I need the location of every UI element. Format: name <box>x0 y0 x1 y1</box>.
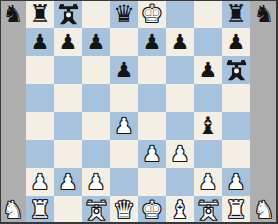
square-h2[interactable]: ♟ <box>222 168 250 196</box>
window-edge-top <box>0 0 278 1</box>
holdings-left-3 <box>0 140 26 168</box>
white-pawn: ♟ <box>26 168 54 196</box>
black-pawn: ♟ <box>110 56 138 84</box>
white-pawn: ♟ <box>54 168 82 196</box>
square-e4[interactable] <box>138 112 166 140</box>
holdings-left-1[interactable]: ♞ <box>0 196 26 224</box>
holdings-left-7 <box>0 28 26 56</box>
square-a6[interactable] <box>26 56 54 84</box>
black-rook: ♜ <box>222 0 250 28</box>
white-knight: ♞ <box>250 196 278 224</box>
square-b5[interactable] <box>54 84 82 112</box>
white-pawn: ♟ <box>110 112 138 140</box>
square-f6[interactable] <box>166 56 194 84</box>
white-knight: ♞ <box>0 196 26 224</box>
square-b6[interactable] <box>54 56 82 84</box>
square-d1[interactable]: ♛ <box>110 196 138 224</box>
square-g8[interactable] <box>194 0 222 28</box>
square-c2[interactable]: ♟ <box>82 168 110 196</box>
black-cannon <box>54 0 82 28</box>
square-f4[interactable] <box>166 112 194 140</box>
square-b3[interactable] <box>54 140 82 168</box>
square-g7[interactable] <box>194 28 222 56</box>
square-c4[interactable] <box>82 112 110 140</box>
square-d7[interactable] <box>110 28 138 56</box>
square-h1[interactable]: ♜ <box>222 196 250 224</box>
square-c6[interactable] <box>82 56 110 84</box>
holdings-left-2 <box>0 168 26 196</box>
square-e3[interactable]: ♟ <box>138 140 166 168</box>
square-e6[interactable] <box>138 56 166 84</box>
holdings-left-5 <box>0 84 26 112</box>
square-e7[interactable]: ♟ <box>138 28 166 56</box>
square-d8[interactable]: ♛ <box>110 0 138 28</box>
white-pawn: ♟ <box>222 168 250 196</box>
square-a2[interactable]: ♟ <box>26 168 54 196</box>
square-f2[interactable] <box>166 168 194 196</box>
square-c3[interactable] <box>82 140 110 168</box>
square-g4[interactable]: ♝ <box>194 112 222 140</box>
white-cannon <box>194 196 222 224</box>
square-b2[interactable]: ♟ <box>54 168 82 196</box>
square-c7[interactable]: ♟ <box>82 28 110 56</box>
window-edge-bottom <box>0 222 278 224</box>
holdings-right-2 <box>250 168 278 196</box>
black-king: ♚ <box>138 0 166 28</box>
white-rook: ♜ <box>26 196 54 224</box>
square-a7[interactable]: ♟ <box>26 28 54 56</box>
xboard-window: ♞♜♛♚♜♞♟♟♟♟♟♟♟♟♟♝♟♟♟♟♟♟♟♞♜♛♚♝♜♞ <box>0 0 278 224</box>
holdings-right-8[interactable]: ♞ <box>250 0 278 28</box>
square-f8[interactable] <box>166 0 194 28</box>
window-edge-left <box>0 0 1 224</box>
square-h6[interactable] <box>222 56 250 84</box>
black-pawn: ♟ <box>166 28 194 56</box>
square-a3[interactable] <box>26 140 54 168</box>
window-edge-right <box>276 0 278 224</box>
square-f7[interactable]: ♟ <box>166 28 194 56</box>
white-queen: ♛ <box>110 196 138 224</box>
holdings-left-4 <box>0 112 26 140</box>
holdings-right-5 <box>250 84 278 112</box>
black-knight: ♞ <box>250 0 278 28</box>
square-e1[interactable]: ♚ <box>138 196 166 224</box>
black-pawn: ♟ <box>194 56 222 84</box>
chess-board: ♞♜♛♚♜♞♟♟♟♟♟♟♟♟♟♝♟♟♟♟♟♟♟♞♜♛♚♝♜♞ <box>0 0 278 224</box>
square-f1[interactable]: ♝ <box>166 196 194 224</box>
square-h7[interactable]: ♟ <box>222 28 250 56</box>
square-e8[interactable]: ♚ <box>138 0 166 28</box>
square-h8[interactable]: ♜ <box>222 0 250 28</box>
square-d4[interactable]: ♟ <box>110 112 138 140</box>
holdings-right-3 <box>250 140 278 168</box>
square-g5[interactable] <box>194 84 222 112</box>
white-bishop: ♝ <box>166 196 194 224</box>
square-g3[interactable] <box>194 140 222 168</box>
black-queen: ♛ <box>110 0 138 28</box>
square-h4[interactable] <box>222 112 250 140</box>
square-b4[interactable] <box>54 112 82 140</box>
square-d6[interactable]: ♟ <box>110 56 138 84</box>
square-g6[interactable]: ♟ <box>194 56 222 84</box>
white-king: ♚ <box>138 196 166 224</box>
black-pawn: ♟ <box>26 28 54 56</box>
square-g1[interactable] <box>194 196 222 224</box>
square-e2[interactable] <box>138 168 166 196</box>
black-bishop: ♝ <box>194 112 222 140</box>
square-a1[interactable]: ♜ <box>26 196 54 224</box>
white-pawn: ♟ <box>82 168 110 196</box>
white-rook: ♜ <box>222 196 250 224</box>
square-c1[interactable] <box>82 196 110 224</box>
holdings-right-7 <box>250 28 278 56</box>
square-b7[interactable]: ♟ <box>54 28 82 56</box>
square-h3[interactable] <box>222 140 250 168</box>
black-rook: ♜ <box>26 0 54 28</box>
square-f3[interactable]: ♟ <box>166 140 194 168</box>
holdings-left-8[interactable]: ♞ <box>0 0 26 28</box>
white-pawn: ♟ <box>138 140 166 168</box>
holdings-right-6 <box>250 56 278 84</box>
white-pawn: ♟ <box>166 140 194 168</box>
black-knight: ♞ <box>0 0 26 28</box>
square-d5[interactable] <box>110 84 138 112</box>
black-pawn: ♟ <box>138 28 166 56</box>
square-a4[interactable] <box>26 112 54 140</box>
black-cannon <box>222 56 250 84</box>
black-pawn: ♟ <box>82 28 110 56</box>
square-d2[interactable] <box>110 168 138 196</box>
holdings-right-1[interactable]: ♞ <box>250 196 278 224</box>
white-pawn: ♟ <box>194 168 222 196</box>
square-h5[interactable] <box>222 84 250 112</box>
holdings-right-4 <box>250 112 278 140</box>
square-e5[interactable] <box>138 84 166 112</box>
square-a8[interactable]: ♜ <box>26 0 54 28</box>
square-d3[interactable] <box>110 140 138 168</box>
white-cannon <box>82 196 110 224</box>
square-b8[interactable] <box>54 0 82 28</box>
square-c5[interactable] <box>82 84 110 112</box>
square-b1[interactable] <box>54 196 82 224</box>
holdings-left-6 <box>0 56 26 84</box>
black-pawn: ♟ <box>54 28 82 56</box>
square-c8[interactable] <box>82 0 110 28</box>
square-a5[interactable] <box>26 84 54 112</box>
square-f5[interactable] <box>166 84 194 112</box>
square-g2[interactable]: ♟ <box>194 168 222 196</box>
black-pawn: ♟ <box>222 28 250 56</box>
